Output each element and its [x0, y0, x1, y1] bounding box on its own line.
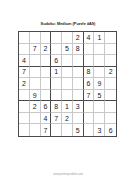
- cell-r7c3: 6: [41, 101, 52, 113]
- cell-r1c2: [30, 32, 41, 44]
- page-title: Sudoku: Medium (Puzzle #A9): [41, 21, 96, 25]
- cell-r3c2: [30, 55, 41, 67]
- cell-r7c5: 1: [62, 101, 73, 113]
- cell-r7c2: 2: [30, 101, 41, 113]
- cell-r1c4: [51, 32, 62, 44]
- cell-r7c4: 8: [51, 101, 62, 113]
- cell-r1c5: [62, 32, 73, 44]
- cell-r8c1: [19, 113, 30, 125]
- cell-r7c6: 3: [73, 101, 84, 113]
- cell-r1c6: 2: [73, 32, 84, 44]
- cell-r7c8: [94, 101, 105, 113]
- cell-r5c3: [41, 78, 52, 90]
- cell-r8c2: [30, 113, 41, 125]
- cell-r4c5: [62, 67, 73, 79]
- cell-r5c9: [105, 78, 116, 90]
- cell-r7c9: [105, 101, 116, 113]
- cell-r6c2: 9: [30, 90, 41, 102]
- cell-r2c5: 5: [62, 44, 73, 56]
- cell-r5c4: [51, 78, 62, 90]
- cell-r6c4: [51, 90, 62, 102]
- cell-r3c6: [73, 55, 84, 67]
- cell-r8c8: [94, 113, 105, 125]
- cell-r3c3: [41, 55, 52, 67]
- cell-r3c5: [62, 55, 73, 67]
- cell-r9c6: 5: [73, 124, 84, 136]
- cell-r1c1: [19, 32, 30, 44]
- cell-r6c3: [41, 90, 52, 102]
- cell-r6c1: [19, 90, 30, 102]
- cell-r8c6: [73, 113, 84, 125]
- cell-r5c8: 9: [94, 78, 105, 90]
- cell-r4c1: 7: [19, 67, 30, 79]
- cell-r7c7: [84, 101, 95, 113]
- cell-r9c4: [51, 124, 62, 136]
- cell-r4c2: [30, 67, 41, 79]
- cell-r1c7: 4: [84, 32, 95, 44]
- sudoku-page: Sudoku: Medium (Puzzle #A9) 241725846718…: [0, 0, 136, 176]
- cell-r2c6: 8: [73, 44, 84, 56]
- cell-r5c2: [30, 78, 41, 90]
- cell-r2c4: [51, 44, 62, 56]
- cell-r6c9: [105, 90, 116, 102]
- cell-r6c6: [73, 90, 84, 102]
- footer-row: www.printmysudoku.com: [0, 162, 136, 170]
- cell-r9c1: [19, 124, 30, 136]
- cell-r3c8: [94, 55, 105, 67]
- cell-r4c3: [41, 67, 52, 79]
- cell-r2c1: [19, 44, 30, 56]
- cell-r4c4: 1: [51, 67, 62, 79]
- cell-r9c3: 7: [41, 124, 52, 136]
- cell-r6c5: [62, 90, 73, 102]
- cell-r8c3: 4: [41, 113, 52, 125]
- footer-url: www.printmysudoku.com: [53, 173, 83, 176]
- cell-r8c7: [84, 113, 95, 125]
- cell-r8c4: 7: [51, 113, 62, 125]
- cell-r5c7: 6: [84, 78, 95, 90]
- cell-r5c1: 2: [19, 78, 30, 90]
- cell-r3c7: [84, 55, 95, 67]
- cell-r9c7: [84, 124, 95, 136]
- cell-r5c5: [62, 78, 73, 90]
- cell-r4c7: 8: [84, 67, 95, 79]
- cell-r7c1: [19, 101, 30, 113]
- cell-r9c2: [30, 124, 41, 136]
- cell-r2c8: [94, 44, 105, 56]
- cell-r5c6: [73, 78, 84, 90]
- cell-r2c7: [84, 44, 95, 56]
- cell-r1c9: [105, 32, 116, 44]
- cell-r3c1: 4: [19, 55, 30, 67]
- cell-r8c5: 2: [62, 113, 73, 125]
- cell-r6c8: 5: [94, 90, 105, 102]
- cell-r1c8: 1: [94, 32, 105, 44]
- cell-r4c8: [94, 67, 105, 79]
- cell-r2c2: 7: [30, 44, 41, 56]
- cell-r9c5: [62, 124, 73, 136]
- cell-r4c9: 2: [105, 67, 116, 79]
- sudoku-board: 2417258467182269975268134727536: [18, 31, 117, 137]
- cell-r8c9: [105, 113, 116, 125]
- page-title-row: Sudoku: Medium (Puzzle #A9): [0, 12, 136, 22]
- cell-r6c7: 7: [84, 90, 95, 102]
- cell-r3c4: 6: [51, 55, 62, 67]
- cell-r2c3: 2: [41, 44, 52, 56]
- cell-r3c9: [105, 55, 116, 67]
- cell-r9c8: 3: [94, 124, 105, 136]
- cell-r9c9: 6: [105, 124, 116, 136]
- cell-r2c9: [105, 44, 116, 56]
- cell-r1c3: [41, 32, 52, 44]
- cell-r4c6: [73, 67, 84, 79]
